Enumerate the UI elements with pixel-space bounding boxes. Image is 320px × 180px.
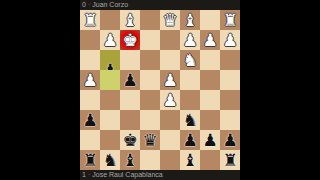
square-e7[interactable]: ♛ — [140, 130, 160, 150]
bottom-player-bar: 1 · Jose Raul Capablanca — [80, 170, 240, 180]
square-a8[interactable]: ♜ — [220, 150, 240, 170]
square-b2[interactable]: ♟ — [200, 30, 220, 50]
black-rook[interactable]: ♜ — [220, 150, 240, 170]
square-e1[interactable] — [140, 10, 160, 30]
square-h7[interactable] — [80, 130, 100, 150]
white-pawn[interactable]: ♟ — [80, 70, 100, 90]
square-b4[interactable] — [200, 70, 220, 90]
square-d6[interactable] — [160, 110, 180, 130]
square-b6[interactable] — [200, 110, 220, 130]
white-king[interactable]: ♚ — [120, 30, 140, 50]
square-d4[interactable]: ♟ — [160, 70, 180, 90]
top-player-separator: · — [88, 0, 90, 10]
black-pawn[interactable]: ♟ — [120, 70, 140, 90]
square-b8[interactable] — [200, 150, 220, 170]
square-d7[interactable] — [160, 130, 180, 150]
square-a3[interactable] — [220, 50, 240, 70]
square-e4[interactable] — [140, 70, 160, 90]
square-h6[interactable]: ♟ — [80, 110, 100, 130]
square-c7[interactable]: ♟ — [180, 130, 200, 150]
square-d8[interactable] — [160, 150, 180, 170]
square-g2[interactable]: ♟ — [100, 30, 120, 50]
black-pawn[interactable]: ♟ — [80, 110, 100, 130]
square-g8[interactable]: ♞ — [100, 150, 120, 170]
black-queen[interactable]: ♛ — [140, 130, 160, 150]
black-bishop[interactable]: ♝ — [120, 150, 140, 170]
square-e6[interactable] — [140, 110, 160, 130]
square-b7[interactable]: ♟ — [200, 130, 220, 150]
white-pawn[interactable]: ♟ — [160, 90, 180, 110]
square-g1[interactable] — [100, 10, 120, 30]
square-f3[interactable] — [120, 50, 140, 70]
square-c6[interactable]: ♞ — [180, 110, 200, 130]
black-pawn[interactable]: ♟ — [180, 130, 200, 150]
top-player-name: Juan Corzo — [92, 0, 128, 10]
black-bishop[interactable]: ♝ — [180, 150, 200, 170]
square-c4[interactable] — [180, 70, 200, 90]
letterbox-right — [240, 0, 320, 180]
black-knight[interactable]: ♞ — [180, 110, 200, 130]
square-c1[interactable]: ♝ — [180, 10, 200, 30]
square-a5[interactable] — [220, 90, 240, 110]
white-pawn[interactable]: ♟ — [100, 30, 120, 50]
square-f7[interactable]: ♚ — [120, 130, 140, 150]
black-pawn[interactable]: ♟ — [220, 130, 240, 150]
square-a2[interactable]: ♟ — [220, 30, 240, 50]
white-pawn[interactable]: ♟ — [160, 70, 180, 90]
top-player-bar: 0 · Juan Corzo — [80, 0, 240, 10]
top-player-score: 0 — [82, 0, 86, 10]
square-f8[interactable]: ♝ — [120, 150, 140, 170]
square-d1[interactable]: ♛ — [160, 10, 180, 30]
black-knight[interactable]: ♞ — [100, 150, 120, 170]
square-g7[interactable] — [100, 130, 120, 150]
white-pawn[interactable]: ♟ — [220, 30, 240, 50]
square-g4[interactable] — [100, 70, 120, 90]
square-b1[interactable] — [200, 10, 220, 30]
square-f1[interactable]: ♝ — [120, 10, 140, 30]
letterbox-left — [0, 0, 80, 180]
square-a7[interactable]: ♟ — [220, 130, 240, 150]
square-c2[interactable]: ♟ — [180, 30, 200, 50]
white-rook[interactable]: ♜ — [220, 10, 240, 30]
square-c3[interactable]: ♞ — [180, 50, 200, 70]
square-a1[interactable]: ♜ — [220, 10, 240, 30]
white-bishop[interactable]: ♝ — [120, 10, 140, 30]
bottom-player-name: Jose Raul Capablanca — [92, 170, 162, 180]
white-pawn[interactable]: ♟ — [200, 30, 220, 50]
white-knight[interactable]: ♞ — [180, 50, 200, 70]
video-frame: 0 · Juan Corzo ♜♝♛♝♜♟♚♟♟♟♟♞♟♟♟♟♟♞♚♛♟♟♟♜♞… — [0, 0, 320, 180]
square-h1[interactable]: ♜ — [80, 10, 100, 30]
square-h3[interactable] — [80, 50, 100, 70]
square-c5[interactable] — [180, 90, 200, 110]
square-e2[interactable] — [140, 30, 160, 50]
square-g3[interactable]: ♟ — [100, 50, 120, 70]
square-f2[interactable]: ♚ — [120, 30, 140, 50]
square-d3[interactable] — [160, 50, 180, 70]
square-c8[interactable]: ♝ — [180, 150, 200, 170]
square-h4[interactable]: ♟ — [80, 70, 100, 90]
square-a6[interactable] — [220, 110, 240, 130]
black-rook[interactable]: ♜ — [80, 150, 100, 170]
square-e5[interactable] — [140, 90, 160, 110]
white-rook[interactable]: ♜ — [80, 10, 100, 30]
chess-app: 0 · Juan Corzo ♜♝♛♝♜♟♚♟♟♟♟♞♟♟♟♟♟♞♚♛♟♟♟♜♞… — [80, 0, 240, 180]
chess-board[interactable]: ♜♝♛♝♜♟♚♟♟♟♟♞♟♟♟♟♟♞♚♛♟♟♟♜♞♝♝♜ — [80, 10, 240, 170]
square-f4[interactable]: ♟ — [120, 70, 140, 90]
square-e8[interactable] — [140, 150, 160, 170]
square-g6[interactable] — [100, 110, 120, 130]
square-b5[interactable] — [200, 90, 220, 110]
square-g5[interactable] — [100, 90, 120, 110]
square-e3[interactable] — [140, 50, 160, 70]
square-h8[interactable]: ♜ — [80, 150, 100, 170]
white-bishop[interactable]: ♝ — [180, 10, 200, 30]
black-king[interactable]: ♚ — [120, 130, 140, 150]
square-a4[interactable] — [220, 70, 240, 90]
square-d5[interactable]: ♟ — [160, 90, 180, 110]
square-f5[interactable] — [120, 90, 140, 110]
bottom-player-separator: · — [88, 170, 90, 180]
square-h2[interactable] — [80, 30, 100, 50]
white-queen[interactable]: ♛ — [160, 10, 180, 30]
black-pawn[interactable]: ♟ — [200, 130, 220, 150]
square-f6[interactable] — [120, 110, 140, 130]
square-b3[interactable] — [200, 50, 220, 70]
square-h5[interactable] — [80, 90, 100, 110]
white-pawn[interactable]: ♟ — [180, 30, 200, 50]
bottom-player-score: 1 — [82, 170, 86, 180]
square-d2[interactable] — [160, 30, 180, 50]
